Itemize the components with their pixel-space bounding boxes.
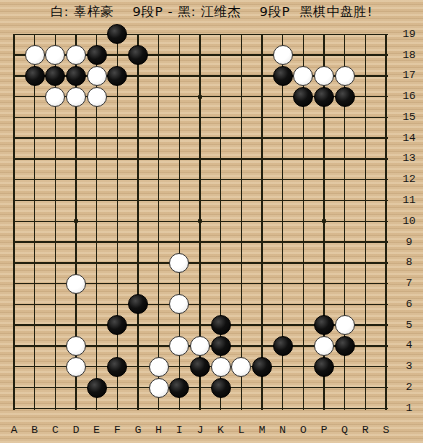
column-label: J	[192, 424, 208, 437]
row-label: 1	[396, 402, 422, 415]
white-stone	[190, 336, 210, 356]
row-label: 15	[396, 111, 422, 124]
column-label: K	[213, 424, 229, 437]
black-stone	[107, 315, 127, 335]
white-stone	[169, 253, 189, 273]
star-point	[198, 95, 202, 99]
grid-line-horizontal	[14, 158, 388, 160]
row-label: 12	[396, 173, 422, 186]
grid-line-vertical	[158, 34, 160, 410]
grid-line-vertical	[261, 34, 263, 410]
grid-line-horizontal	[14, 137, 388, 139]
grid-line-horizontal	[14, 117, 388, 119]
row-label: 11	[396, 194, 422, 207]
grid-line-horizontal	[14, 304, 388, 306]
row-label: 19	[396, 28, 422, 41]
black-stone	[107, 357, 127, 377]
black-stone	[45, 66, 65, 86]
black-stone	[273, 66, 293, 86]
column-label: O	[295, 424, 311, 437]
black-stone	[314, 315, 334, 335]
black-stone	[211, 336, 231, 356]
white-stone	[66, 357, 86, 377]
white-stone	[335, 315, 355, 335]
black-stone	[87, 45, 107, 65]
white-stone	[66, 45, 86, 65]
black-stone	[107, 24, 127, 44]
white-stone	[66, 87, 86, 107]
white-stone	[169, 294, 189, 314]
white-stone	[149, 357, 169, 377]
grid-line-horizontal	[14, 241, 388, 243]
black-stone	[314, 357, 334, 377]
white-stone	[45, 45, 65, 65]
white-stone	[149, 378, 169, 398]
black-stone	[25, 66, 45, 86]
row-label: 3	[396, 360, 422, 373]
row-label: 14	[396, 132, 422, 145]
black-stone	[107, 66, 127, 86]
grid-line-horizontal	[14, 34, 388, 36]
go-game-viewer: 白: 辜梓豪 9段P - 黑: 江维杰 9段P 黑棋中盘胜! 191817161…	[0, 0, 423, 443]
column-label: D	[68, 424, 84, 437]
black-stone	[211, 378, 231, 398]
row-label: 2	[396, 381, 422, 394]
black-stone	[128, 294, 148, 314]
black-stone	[335, 336, 355, 356]
black-stone	[190, 357, 210, 377]
column-label: N	[275, 424, 291, 437]
row-label: 4	[396, 339, 422, 352]
star-point	[74, 219, 78, 223]
white-stone	[314, 336, 334, 356]
column-label: A	[6, 424, 22, 437]
row-label: 8	[396, 256, 422, 269]
row-label: 7	[396, 277, 422, 290]
column-label: E	[89, 424, 105, 437]
column-label: G	[130, 424, 146, 437]
black-stone	[87, 378, 107, 398]
column-label: B	[27, 424, 43, 437]
grid-line-vertical	[34, 34, 36, 410]
grid-line-vertical	[117, 34, 119, 410]
column-label: C	[47, 424, 63, 437]
white-stone	[66, 336, 86, 356]
white-stone	[45, 87, 65, 107]
row-label: 6	[396, 298, 422, 311]
grid-line-vertical	[365, 34, 367, 410]
grid-line-horizontal	[14, 262, 388, 264]
white-stone	[231, 357, 251, 377]
grid-line-horizontal	[14, 179, 388, 181]
column-label: M	[254, 424, 270, 437]
column-label: S	[378, 424, 394, 437]
white-stone	[314, 66, 334, 86]
column-label: P	[316, 424, 332, 437]
row-label: 13	[396, 152, 422, 165]
white-stone	[66, 274, 86, 294]
grid-line-vertical	[13, 34, 15, 410]
row-label: 18	[396, 49, 422, 62]
row-label: 10	[396, 215, 422, 228]
grid-line-horizontal	[14, 387, 388, 389]
black-stone	[128, 45, 148, 65]
black-stone	[293, 87, 313, 107]
row-label: 5	[396, 319, 422, 332]
row-label: 9	[396, 236, 422, 249]
black-stone	[66, 66, 86, 86]
row-label: 17	[396, 69, 422, 82]
grid-line-vertical	[137, 34, 139, 410]
black-stone	[252, 357, 272, 377]
column-label: L	[233, 424, 249, 437]
go-board[interactable]	[0, 0, 423, 443]
white-stone	[273, 45, 293, 65]
white-stone	[87, 87, 107, 107]
grid-line-horizontal	[14, 408, 388, 410]
black-stone	[314, 87, 334, 107]
white-stone	[87, 66, 107, 86]
white-stone	[25, 45, 45, 65]
column-label: Q	[337, 424, 353, 437]
black-stone	[211, 315, 231, 335]
grid-line-vertical	[241, 34, 243, 410]
column-label: H	[151, 424, 167, 437]
black-stone	[335, 87, 355, 107]
white-stone	[293, 66, 313, 86]
column-label: R	[357, 424, 373, 437]
star-point	[322, 219, 326, 223]
grid-line-vertical	[385, 34, 387, 410]
column-label: F	[109, 424, 125, 437]
white-stone	[335, 66, 355, 86]
grid-line-horizontal	[14, 200, 388, 202]
column-label: I	[171, 424, 187, 437]
row-label: 16	[396, 90, 422, 103]
white-stone	[169, 336, 189, 356]
black-stone	[169, 378, 189, 398]
black-stone	[273, 336, 293, 356]
star-point	[198, 219, 202, 223]
white-stone	[211, 357, 231, 377]
